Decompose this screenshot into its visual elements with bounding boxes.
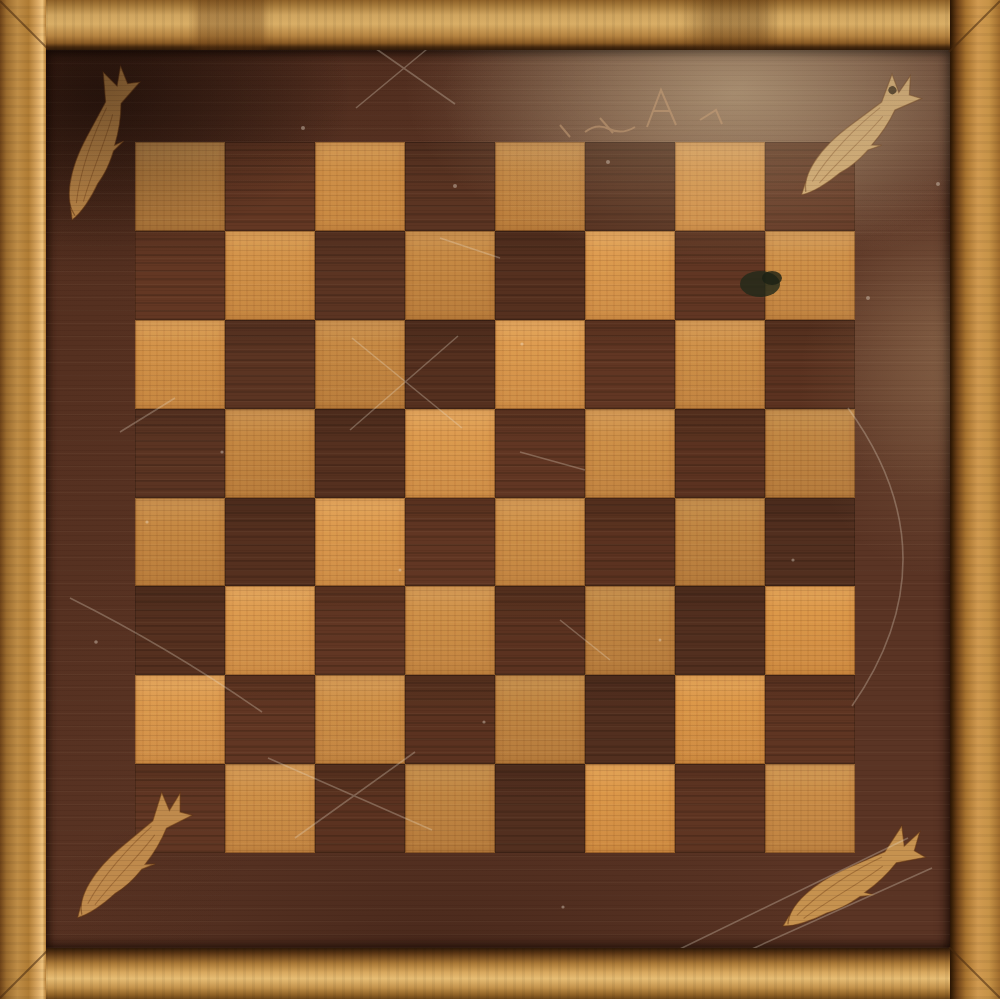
square-e1[interactable] [495,764,585,853]
square-c8[interactable] [315,142,405,231]
square-g4[interactable] [675,498,765,587]
frame-top [0,0,1000,50]
square-d1[interactable] [405,764,495,853]
square-d3[interactable] [405,586,495,675]
square-b7[interactable] [225,231,315,320]
square-f7[interactable] [585,231,675,320]
square-c5[interactable] [315,409,405,498]
square-c7[interactable] [315,231,405,320]
square-f8[interactable] [585,142,675,231]
square-e8[interactable] [495,142,585,231]
square-c6[interactable] [315,320,405,409]
square-g1[interactable] [675,764,765,853]
square-f5[interactable] [585,409,675,498]
square-f3[interactable] [585,586,675,675]
square-g2[interactable] [675,675,765,764]
square-d2[interactable] [405,675,495,764]
square-d6[interactable] [405,320,495,409]
square-b4[interactable] [225,498,315,587]
square-f4[interactable] [585,498,675,587]
square-h7[interactable] [765,231,855,320]
square-a6[interactable] [135,320,225,409]
square-b2[interactable] [225,675,315,764]
square-d4[interactable] [405,498,495,587]
square-b5[interactable] [225,409,315,498]
square-b1[interactable] [225,764,315,853]
square-c3[interactable] [315,586,405,675]
square-h6[interactable] [765,320,855,409]
square-f2[interactable] [585,675,675,764]
square-g7[interactable] [675,231,765,320]
square-g8[interactable] [675,142,765,231]
square-d5[interactable] [405,409,495,498]
square-e4[interactable] [495,498,585,587]
square-g6[interactable] [675,320,765,409]
square-c2[interactable] [315,675,405,764]
square-a3[interactable] [135,586,225,675]
square-e7[interactable] [495,231,585,320]
square-b6[interactable] [225,320,315,409]
square-c4[interactable] [315,498,405,587]
frame-bottom [0,948,1000,999]
square-c1[interactable] [315,764,405,853]
square-e2[interactable] [495,675,585,764]
square-a4[interactable] [135,498,225,587]
square-f1[interactable] [585,764,675,853]
checkerboard [135,142,855,853]
square-a2[interactable] [135,675,225,764]
square-h4[interactable] [765,498,855,587]
square-d7[interactable] [405,231,495,320]
square-a7[interactable] [135,231,225,320]
frame-right [950,0,1000,999]
square-a5[interactable] [135,409,225,498]
square-h1[interactable] [765,764,855,853]
antique-checkerboard-photo [0,0,1000,999]
square-b8[interactable] [225,142,315,231]
square-e6[interactable] [495,320,585,409]
square-h2[interactable] [765,675,855,764]
square-h3[interactable] [765,586,855,675]
square-d8[interactable] [405,142,495,231]
square-b3[interactable] [225,586,315,675]
square-g5[interactable] [675,409,765,498]
frame-left [0,0,46,999]
square-e3[interactable] [495,586,585,675]
square-e5[interactable] [495,409,585,498]
square-h5[interactable] [765,409,855,498]
square-g3[interactable] [675,586,765,675]
square-f6[interactable] [585,320,675,409]
square-a8[interactable] [135,142,225,231]
